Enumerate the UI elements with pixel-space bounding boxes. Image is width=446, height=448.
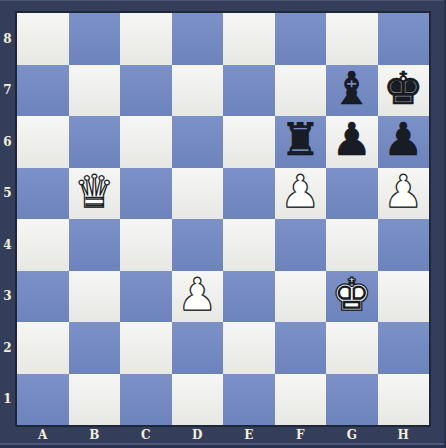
file-labels: ABCDEFGH bbox=[17, 426, 429, 444]
rank-label-3: 3 bbox=[0, 271, 15, 323]
rank-label-8: 8 bbox=[0, 13, 15, 65]
square-e2[interactable] bbox=[223, 322, 275, 374]
file-label-c: C bbox=[120, 426, 172, 444]
square-e3[interactable] bbox=[223, 271, 275, 323]
square-h4[interactable] bbox=[378, 219, 430, 271]
square-d5[interactable] bbox=[172, 168, 224, 220]
black-pawn[interactable]: ♟ bbox=[326, 114, 378, 166]
square-b8[interactable] bbox=[69, 13, 121, 65]
black-bishop[interactable]: ♝ bbox=[326, 63, 378, 115]
square-d6[interactable] bbox=[172, 116, 224, 168]
square-f6[interactable]: ♜ bbox=[275, 116, 327, 168]
square-b5[interactable]: ♛ bbox=[69, 168, 121, 220]
square-d8[interactable] bbox=[172, 13, 224, 65]
square-d3[interactable]: ♟ bbox=[172, 271, 224, 323]
square-b4[interactable] bbox=[69, 219, 121, 271]
chess-app-frame: 87654321 ♝♚♜♟♟♛♟♟♟♚ ABCDEFGH bbox=[0, 0, 446, 448]
square-c3[interactable] bbox=[120, 271, 172, 323]
chess-board[interactable]: ♝♚♜♟♟♛♟♟♟♚ bbox=[15, 11, 431, 427]
square-h3[interactable] bbox=[378, 271, 430, 323]
square-f4[interactable] bbox=[275, 219, 327, 271]
square-c6[interactable] bbox=[120, 116, 172, 168]
file-label-e: E bbox=[223, 426, 275, 444]
black-rook[interactable]: ♜ bbox=[275, 114, 327, 166]
rank-label-1: 1 bbox=[0, 374, 15, 426]
square-a2[interactable] bbox=[17, 322, 69, 374]
square-f5[interactable]: ♟ bbox=[275, 168, 327, 220]
square-a7[interactable] bbox=[17, 65, 69, 117]
rank-label-6: 6 bbox=[0, 116, 15, 168]
square-h1[interactable] bbox=[378, 374, 430, 426]
file-label-h: H bbox=[378, 426, 430, 444]
square-f3[interactable] bbox=[275, 271, 327, 323]
square-a3[interactable] bbox=[17, 271, 69, 323]
square-c7[interactable] bbox=[120, 65, 172, 117]
square-g6[interactable]: ♟ bbox=[326, 116, 378, 168]
white-pawn[interactable]: ♟ bbox=[172, 269, 224, 321]
square-b7[interactable] bbox=[69, 65, 121, 117]
square-a8[interactable] bbox=[17, 13, 69, 65]
white-king[interactable]: ♚ bbox=[326, 269, 378, 321]
square-a6[interactable] bbox=[17, 116, 69, 168]
square-g4[interactable] bbox=[326, 219, 378, 271]
square-g1[interactable] bbox=[326, 374, 378, 426]
file-label-g: G bbox=[326, 426, 378, 444]
square-g7[interactable]: ♝ bbox=[326, 65, 378, 117]
square-g8[interactable] bbox=[326, 13, 378, 65]
square-g3[interactable]: ♚ bbox=[326, 271, 378, 323]
black-king[interactable]: ♚ bbox=[378, 63, 430, 115]
rank-label-4: 4 bbox=[0, 219, 15, 271]
square-g2[interactable] bbox=[326, 322, 378, 374]
square-h6[interactable]: ♟ bbox=[378, 116, 430, 168]
square-f7[interactable] bbox=[275, 65, 327, 117]
square-h7[interactable]: ♚ bbox=[378, 65, 430, 117]
white-pawn[interactable]: ♟ bbox=[378, 166, 430, 218]
white-queen[interactable]: ♛ bbox=[69, 166, 121, 218]
square-d4[interactable] bbox=[172, 219, 224, 271]
file-label-a: A bbox=[17, 426, 69, 444]
square-h8[interactable] bbox=[378, 13, 430, 65]
square-h5[interactable]: ♟ bbox=[378, 168, 430, 220]
rank-label-5: 5 bbox=[0, 168, 15, 220]
square-e1[interactable] bbox=[223, 374, 275, 426]
file-label-d: D bbox=[172, 426, 224, 444]
square-c1[interactable] bbox=[120, 374, 172, 426]
rank-label-2: 2 bbox=[0, 322, 15, 374]
square-c5[interactable] bbox=[120, 168, 172, 220]
square-e5[interactable] bbox=[223, 168, 275, 220]
square-f1[interactable] bbox=[275, 374, 327, 426]
square-d2[interactable] bbox=[172, 322, 224, 374]
square-b3[interactable] bbox=[69, 271, 121, 323]
square-c8[interactable] bbox=[120, 13, 172, 65]
square-e6[interactable] bbox=[223, 116, 275, 168]
frame-top-highlight bbox=[0, 0, 446, 1]
rank-label-7: 7 bbox=[0, 65, 15, 117]
square-f2[interactable] bbox=[275, 322, 327, 374]
square-a4[interactable] bbox=[17, 219, 69, 271]
square-b6[interactable] bbox=[69, 116, 121, 168]
square-e8[interactable] bbox=[223, 13, 275, 65]
rank-labels: 87654321 bbox=[0, 13, 15, 425]
file-label-b: B bbox=[69, 426, 121, 444]
black-pawn[interactable]: ♟ bbox=[378, 114, 430, 166]
square-a5[interactable] bbox=[17, 168, 69, 220]
square-g5[interactable] bbox=[326, 168, 378, 220]
square-a1[interactable] bbox=[17, 374, 69, 426]
file-label-f: F bbox=[275, 426, 327, 444]
square-f8[interactable] bbox=[275, 13, 327, 65]
square-e7[interactable] bbox=[223, 65, 275, 117]
square-h2[interactable] bbox=[378, 322, 430, 374]
square-b1[interactable] bbox=[69, 374, 121, 426]
square-e4[interactable] bbox=[223, 219, 275, 271]
white-pawn[interactable]: ♟ bbox=[275, 166, 327, 218]
square-d7[interactable] bbox=[172, 65, 224, 117]
square-d1[interactable] bbox=[172, 374, 224, 426]
square-c4[interactable] bbox=[120, 219, 172, 271]
square-b2[interactable] bbox=[69, 322, 121, 374]
square-c2[interactable] bbox=[120, 322, 172, 374]
